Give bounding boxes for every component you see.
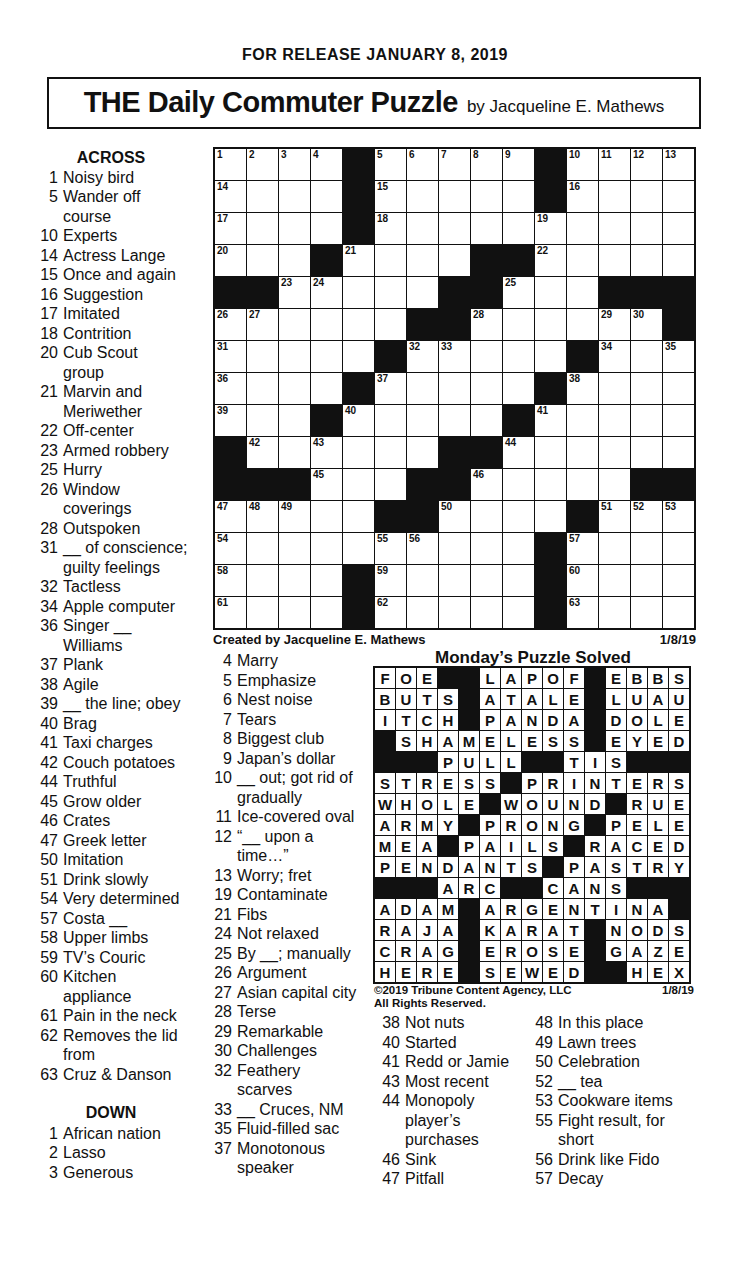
grid-cell[interactable] [343, 341, 374, 372]
grid-cell[interactable] [279, 245, 310, 276]
grid-cell[interactable] [535, 341, 566, 372]
grid-cell[interactable]: 13 [663, 149, 694, 180]
grid-cell[interactable]: 63 [567, 597, 598, 628]
clue-text: Contrition [63, 324, 131, 344]
grid-cell[interactable]: 57 [567, 533, 598, 564]
clue-15: 15Once and again [36, 265, 210, 285]
clue-24: 24Not relaxed [210, 924, 378, 944]
grid-cell[interactable]: 60 [567, 565, 598, 596]
down-header: DOWN [36, 1103, 186, 1123]
solution-letter: A [543, 920, 563, 940]
grid-cell[interactable] [439, 565, 470, 596]
grid-cell[interactable] [279, 309, 310, 340]
grid-cell-black [407, 501, 438, 532]
solution-letter: T [627, 857, 647, 877]
grid-cell[interactable] [439, 405, 470, 436]
grid-cell: X [669, 962, 689, 982]
grid-cell[interactable]: 61 [215, 597, 246, 628]
grid-cell[interactable] [503, 341, 534, 372]
clue-number: 48 [531, 1013, 553, 1033]
clue-number: 8 [210, 729, 232, 749]
grid-cell[interactable] [599, 565, 630, 596]
clue-text: Agile [63, 675, 99, 695]
cell-number: 40 [345, 406, 356, 416]
grid-cell[interactable] [471, 501, 502, 532]
grid-cell[interactable]: 51 [599, 501, 630, 532]
grid-cell[interactable] [631, 405, 662, 436]
grid-cell[interactable]: 10 [567, 149, 598, 180]
grid-cell[interactable]: 44 [503, 437, 534, 468]
solution-letter: A [648, 689, 668, 709]
grid-cell[interactable]: 4 [311, 149, 342, 180]
grid-cell[interactable]: 53 [663, 501, 694, 532]
solution-letter: Y [669, 857, 689, 877]
solution-letter: A [417, 836, 437, 856]
clue-number: 46 [378, 1150, 400, 1170]
grid-cell[interactable] [311, 213, 342, 244]
grid-cell[interactable] [599, 405, 630, 436]
grid-cell: S [606, 878, 626, 898]
grid-cell[interactable]: 1 [215, 149, 246, 180]
grid-cell[interactable]: 29 [599, 309, 630, 340]
grid-cell[interactable]: 14 [215, 181, 246, 212]
grid-cell[interactable] [343, 533, 374, 564]
grid-cell[interactable]: 18 [375, 213, 406, 244]
clue-6: 6Nest noise [210, 690, 378, 710]
grid-cell[interactable] [279, 597, 310, 628]
grid-cell[interactable] [503, 533, 534, 564]
grid-cell[interactable] [407, 565, 438, 596]
grid-cell[interactable]: 7 [439, 149, 470, 180]
solution-letter: F [564, 668, 584, 688]
grid-cell[interactable]: 25 [503, 277, 534, 308]
clue-text: Upper limbs [63, 928, 148, 948]
solution-letter: T [606, 773, 626, 793]
clue-text: Not nuts [405, 1013, 465, 1033]
grid-cell[interactable]: 20 [215, 245, 246, 276]
grid-cell[interactable]: 50 [439, 501, 470, 532]
grid-cell[interactable] [631, 181, 662, 212]
solution-letter: E [480, 731, 500, 751]
grid-cell: Y [627, 731, 647, 751]
clue-number: 55 [531, 1111, 553, 1150]
grid-cell[interactable]: 49 [279, 501, 310, 532]
grid-cell[interactable] [663, 565, 694, 596]
grid-cell[interactable] [663, 437, 694, 468]
grid-cell[interactable] [503, 565, 534, 596]
grid-cell: P [480, 710, 500, 730]
solution-letter: R [543, 773, 563, 793]
grid-cell[interactable] [247, 373, 278, 404]
grid-cell[interactable] [631, 213, 662, 244]
grid-cell[interactable] [631, 533, 662, 564]
cell-number: 21 [345, 246, 356, 256]
grid-cell[interactable] [247, 181, 278, 212]
grid-cell[interactable]: 45 [311, 469, 342, 500]
grid-cell[interactable] [247, 565, 278, 596]
grid-cell[interactable]: 35 [663, 341, 694, 372]
solution-letter: D [669, 836, 689, 856]
grid-cell[interactable] [471, 213, 502, 244]
clue-number: 39 [36, 694, 58, 714]
grid-cell[interactable] [535, 437, 566, 468]
clue-10: 10__ out; got rid of gradually [210, 768, 378, 807]
grid-cell: O [522, 815, 542, 835]
solution-letter: S [543, 941, 563, 961]
grid-cell[interactable] [567, 309, 598, 340]
grid-cell[interactable]: 26 [215, 309, 246, 340]
solution-letter: H [417, 731, 437, 751]
grid-cell[interactable]: 17 [215, 213, 246, 244]
clue-56: 56Drink like Fido [531, 1150, 726, 1170]
grid-cell[interactable] [439, 245, 470, 276]
grid-cell[interactable]: 34 [599, 341, 630, 372]
grid-cell[interactable]: 55 [375, 533, 406, 564]
grid-cell[interactable] [279, 437, 310, 468]
grid-cell[interactable]: 30 [631, 309, 662, 340]
grid-cell-black [567, 341, 598, 372]
grid-cell[interactable] [663, 213, 694, 244]
grid-cell[interactable] [471, 405, 502, 436]
grid-cell[interactable]: 24 [311, 277, 342, 308]
grid-cell[interactable] [567, 469, 598, 500]
grid-cell[interactable]: 40 [343, 405, 374, 436]
cell-number: 13 [665, 150, 676, 160]
grid-cell: E [648, 836, 668, 856]
grid-cell[interactable] [375, 309, 406, 340]
cell-number: 38 [569, 374, 580, 384]
grid-cell[interactable] [279, 405, 310, 436]
grid-cell[interactable] [631, 373, 662, 404]
clue-number: 49 [531, 1033, 553, 1053]
grid-cell[interactable] [471, 373, 502, 404]
grid-cell[interactable] [599, 533, 630, 564]
solution-letter: S [543, 731, 563, 751]
solution-letter: R [648, 857, 668, 877]
grid-cell[interactable]: 23 [279, 277, 310, 308]
grid-cell[interactable] [407, 213, 438, 244]
grid-cell[interactable] [631, 597, 662, 628]
clue-8: 8Biggest club [210, 729, 378, 749]
grid-cell[interactable]: 2 [247, 149, 278, 180]
grid-cell[interactable] [535, 277, 566, 308]
grid-cell[interactable] [343, 501, 374, 532]
grid-cell: H [438, 710, 458, 730]
grid-cell: G [606, 941, 626, 961]
grid-cell[interactable] [503, 373, 534, 404]
grid-cell: L [501, 731, 521, 751]
grid-cell: S [522, 857, 542, 877]
solution-letter: R [585, 836, 605, 856]
grid-cell[interactable]: 12 [631, 149, 662, 180]
grid-cell[interactable] [311, 501, 342, 532]
grid-cell[interactable]: 41 [535, 405, 566, 436]
grid-cell[interactable] [663, 245, 694, 276]
clue-50: 50Imitation [36, 850, 210, 870]
clue-13: 13Worry; fret [210, 866, 378, 886]
grid-cell[interactable]: 19 [535, 213, 566, 244]
grid-cell[interactable] [343, 277, 374, 308]
cell-number: 14 [217, 182, 228, 192]
clue-text: Taxi charges [63, 733, 153, 753]
grid-cell[interactable] [599, 469, 630, 500]
grid-cell[interactable] [279, 181, 310, 212]
solution-letter: K [480, 920, 500, 940]
cell-number: 9 [505, 150, 511, 160]
grid-cell[interactable] [439, 213, 470, 244]
grid-cell[interactable]: 62 [375, 597, 406, 628]
grid-cell-black [599, 277, 630, 308]
grid-cell[interactable] [247, 341, 278, 372]
grid-cell[interactable] [503, 213, 534, 244]
grid-cell[interactable] [407, 181, 438, 212]
grid-cell-black [396, 752, 416, 772]
grid-cell-black [375, 878, 395, 898]
grid-cell[interactable] [311, 373, 342, 404]
grid-cell[interactable] [311, 341, 342, 372]
cell-number: 55 [377, 534, 388, 544]
solution-letter: D [564, 962, 584, 982]
cell-number: 49 [281, 502, 292, 512]
grid-cell: N [543, 815, 563, 835]
grid-cell[interactable]: 56 [407, 533, 438, 564]
grid-cell[interactable] [599, 213, 630, 244]
grid-cell[interactable] [567, 213, 598, 244]
grid-cell[interactable] [311, 181, 342, 212]
clue-text: Truthful [63, 772, 117, 792]
grid-cell[interactable] [343, 309, 374, 340]
grid-cell[interactable] [279, 533, 310, 564]
grid-cell-black [247, 469, 278, 500]
grid-cell[interactable] [663, 597, 694, 628]
clue-number: 4 [210, 651, 232, 671]
solution-letter: A [438, 878, 458, 898]
grid-cell[interactable] [631, 437, 662, 468]
grid-cell[interactable] [375, 469, 406, 500]
clue-number: 61 [36, 1006, 58, 1026]
grid-cell[interactable] [375, 437, 406, 468]
grid-cell[interactable] [503, 309, 534, 340]
clue-63: 63Cruz & Danson [36, 1065, 210, 1085]
grid-cell[interactable]: 6 [407, 149, 438, 180]
cell-number: 52 [633, 502, 644, 512]
grid-cell-black [459, 920, 479, 940]
clue-text: Remarkable [237, 1022, 323, 1042]
grid-cell: S [480, 962, 500, 982]
grid-cell[interactable] [247, 405, 278, 436]
grid-cell[interactable]: 15 [375, 181, 406, 212]
grid-cell: S [606, 752, 626, 772]
grid-cell[interactable] [311, 309, 342, 340]
grid-cell[interactable] [407, 245, 438, 276]
grid-cell[interactable] [279, 565, 310, 596]
grid-cell[interactable] [343, 469, 374, 500]
copyright-line1: ©2019 Tribune Content Agency, LLC [374, 984, 572, 997]
grid-cell[interactable] [631, 565, 662, 596]
grid-cell[interactable] [407, 277, 438, 308]
clue-2: 2Lasso [36, 1143, 210, 1163]
grid-cell: A [438, 878, 458, 898]
grid-cell[interactable]: 52 [631, 501, 662, 532]
grid-cell[interactable] [439, 533, 470, 564]
grid-cell[interactable] [247, 245, 278, 276]
grid-cell[interactable] [311, 597, 342, 628]
clue-40: 40Brag [36, 714, 210, 734]
grid-cell: E [606, 731, 626, 751]
grid-cell[interactable] [503, 181, 534, 212]
clue-text: Pitfall [405, 1169, 444, 1189]
grid-cell[interactable]: 8 [471, 149, 502, 180]
clue-text: Most recent [405, 1072, 489, 1092]
grid-cell[interactable] [567, 277, 598, 308]
grid-cell[interactable]: 46 [471, 469, 502, 500]
grid-cell[interactable] [247, 213, 278, 244]
grid-cell[interactable] [567, 437, 598, 468]
grid-cell[interactable]: 42 [247, 437, 278, 468]
grid-cell[interactable] [631, 341, 662, 372]
grid-cell[interactable] [311, 533, 342, 564]
grid-cell-black [459, 899, 479, 919]
grid-cell[interactable] [535, 309, 566, 340]
grid-cell[interactable] [247, 597, 278, 628]
down-clues-column-2: 4Marry5Emphasize6Nest noise7Tears8Bigges… [210, 651, 378, 1178]
clue-number: 35 [210, 1119, 232, 1139]
grid-cell[interactable] [567, 405, 598, 436]
grid-cell[interactable] [599, 181, 630, 212]
grid-cell[interactable]: 11 [599, 149, 630, 180]
grid-cell[interactable] [567, 245, 598, 276]
copyright: ©2019 Tribune Content Agency, LLC 1/8/19… [374, 984, 694, 1010]
grid-cell[interactable]: 47 [215, 501, 246, 532]
grid-cell[interactable] [471, 533, 502, 564]
grid-cell: E [417, 668, 437, 688]
grid-cell[interactable]: 31 [215, 341, 246, 372]
grid-cell[interactable]: 48 [247, 501, 278, 532]
grid-cell[interactable]: 58 [215, 565, 246, 596]
clue-32: 32Tactless [36, 577, 210, 597]
grid-cell[interactable]: 28 [471, 309, 502, 340]
grid-cell[interactable] [535, 501, 566, 532]
grid-cell[interactable] [375, 277, 406, 308]
grid-cell[interactable]: 43 [311, 437, 342, 468]
clue-57: 57Decay [531, 1169, 726, 1189]
solution-letter: M [375, 836, 395, 856]
clue-number: 2 [36, 1143, 58, 1163]
grid-cell[interactable] [375, 405, 406, 436]
grid-cell[interactable] [535, 469, 566, 500]
grid-cell[interactable] [407, 405, 438, 436]
grid-cell: R [417, 962, 437, 982]
clue-text: Fluid-filled sac [237, 1119, 339, 1139]
grid-cell[interactable] [471, 597, 502, 628]
grid-cell[interactable] [503, 469, 534, 500]
grid-cell: I [585, 752, 605, 772]
grid-cell: L [480, 668, 500, 688]
grid-cell[interactable] [439, 181, 470, 212]
grid-cell[interactable] [503, 597, 534, 628]
grid-cell[interactable]: 3 [279, 149, 310, 180]
grid-cell[interactable] [439, 597, 470, 628]
grid-cell[interactable]: 54 [215, 533, 246, 564]
grid-cell[interactable] [407, 373, 438, 404]
grid-cell[interactable] [471, 565, 502, 596]
grid-cell[interactable] [599, 437, 630, 468]
grid-cell[interactable] [599, 245, 630, 276]
clue-number: 57 [531, 1169, 553, 1189]
grid-cell[interactable] [663, 405, 694, 436]
grid-cell[interactable]: 21 [343, 245, 374, 276]
grid-cell: S [543, 731, 563, 751]
clue-text: Monotonous speaker [237, 1139, 325, 1178]
grid-cell[interactable] [343, 437, 374, 468]
clue-number: 32 [210, 1061, 232, 1100]
cell-number: 8 [473, 150, 479, 160]
grid-cell[interactable] [407, 437, 438, 468]
grid-cell-black [375, 341, 406, 372]
grid-cell: F [564, 668, 584, 688]
grid-cell[interactable] [599, 597, 630, 628]
grid-cell[interactable]: 39 [215, 405, 246, 436]
grid-cell[interactable]: 27 [247, 309, 278, 340]
grid-cell[interactable] [663, 181, 694, 212]
grid-cell[interactable] [503, 501, 534, 532]
grid-cell-black [631, 469, 662, 500]
grid-cell[interactable] [311, 565, 342, 596]
grid-cell[interactable]: 38 [567, 373, 598, 404]
grid-cell: B [648, 668, 668, 688]
grid-cell[interactable] [279, 341, 310, 372]
grid-cell[interactable]: 32 [407, 341, 438, 372]
grid-cell[interactable]: 36 [215, 373, 246, 404]
grid-cell[interactable]: 5 [375, 149, 406, 180]
grid-cell[interactable] [471, 181, 502, 212]
solution-letter: E [564, 689, 584, 709]
grid-cell: E [606, 668, 626, 688]
grid-cell[interactable]: 59 [375, 565, 406, 596]
clue-number: 32 [36, 577, 58, 597]
grid-cell-black [343, 565, 374, 596]
grid-cell: T [417, 689, 437, 709]
clue-number: 62 [36, 1026, 58, 1065]
clue-text: Experts [63, 226, 117, 246]
grid-cell[interactable] [439, 373, 470, 404]
grid-cell[interactable]: 9 [503, 149, 534, 180]
grid-cell-black [631, 277, 662, 308]
grid-cell[interactable]: 33 [439, 341, 470, 372]
clue-41: 41Redd or Jamie [378, 1052, 532, 1072]
grid-cell-black [585, 815, 605, 835]
grid-cell[interactable] [471, 341, 502, 372]
grid-cell[interactable]: 16 [567, 181, 598, 212]
clue-number: 28 [36, 519, 58, 539]
grid-cell[interactable] [663, 373, 694, 404]
solution-letter: D [396, 899, 416, 919]
grid-cell[interactable] [375, 245, 406, 276]
grid-cell[interactable] [279, 373, 310, 404]
grid-cell[interactable] [631, 245, 662, 276]
grid-cell[interactable] [663, 533, 694, 564]
clue-text: Imitation [63, 850, 123, 870]
grid-cell: E [669, 794, 689, 814]
grid-cell[interactable] [407, 597, 438, 628]
cell-number: 41 [537, 406, 548, 416]
grid-cell[interactable]: 37 [375, 373, 406, 404]
grid-cell[interactable] [279, 213, 310, 244]
grid-cell[interactable] [247, 533, 278, 564]
grid-cell: A [522, 689, 542, 709]
grid-cell[interactable]: 22 [535, 245, 566, 276]
grid-cell[interactable] [599, 373, 630, 404]
